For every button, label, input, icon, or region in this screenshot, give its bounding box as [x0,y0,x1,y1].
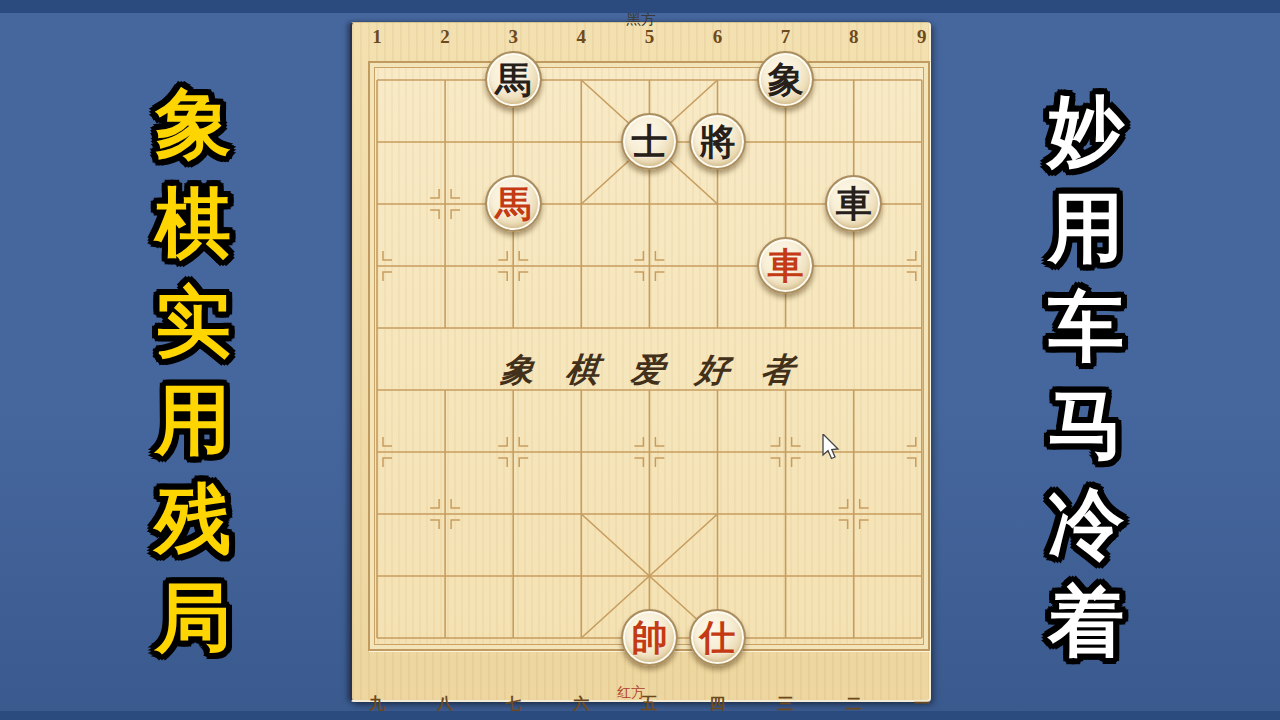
red-side-label: 红方 [617,684,645,702]
file-label: 5 [645,26,655,48]
title-char: 象 [155,86,231,162]
title-char: 冷 [1048,486,1124,562]
river-text: 象棋爱好者 [499,348,829,393]
file-label: 6 [713,26,723,48]
file-label: 3 [508,26,518,48]
title-char: 马 [1048,387,1124,463]
title-char: 着 [1048,584,1124,660]
title-char: 残 [155,481,231,557]
right-title: 妙用车马冷着 [1039,92,1133,660]
title-char: 用 [155,382,231,458]
mouse-cursor-icon [822,434,842,466]
title-char: 车 [1048,289,1124,365]
letterbox-bottom-bar [0,711,1280,720]
file-label: 9 [917,26,927,48]
file-label: 1 [372,26,382,48]
title-char: 局 [155,580,231,656]
left-title: 象棋实用残局 [146,86,240,656]
file-label: 7 [781,26,791,48]
piece-red-horse[interactable]: 馬 [485,175,542,232]
letterbox-top-bar [0,0,1280,13]
title-char: 用 [1048,190,1124,266]
piece-black-general[interactable]: 將 [689,113,746,170]
title-char: 实 [155,284,231,360]
piece-red-advisor[interactable]: 仕 [689,609,746,666]
file-label: 8 [849,26,859,48]
piece-black-elephant[interactable]: 象 [757,51,814,108]
xiangqi-board[interactable]: 123456789 九八七六五四三二一 象棋爱好者 馬象士將馬車車帥仕 [350,22,931,702]
piece-black-horse[interactable]: 馬 [485,51,542,108]
piece-black-chariot[interactable]: 車 [825,175,882,232]
piece-red-general[interactable]: 帥 [621,609,678,666]
file-label: 2 [440,26,450,48]
piece-red-chariot[interactable]: 車 [757,237,814,294]
piece-black-advisor[interactable]: 士 [621,113,678,170]
file-label: 4 [577,26,587,48]
title-char: 棋 [155,185,231,261]
title-char: 妙 [1048,92,1124,168]
